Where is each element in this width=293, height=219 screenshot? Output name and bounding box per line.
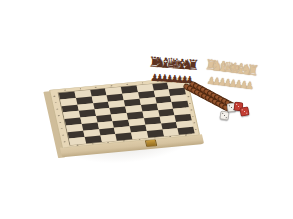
frame-nail-dot bbox=[138, 139, 140, 140]
frame-nail-dot bbox=[195, 129, 197, 130]
brass-clasp-icon bbox=[145, 139, 157, 147]
die-pip bbox=[231, 107, 232, 108]
frame-nail-dot bbox=[58, 115, 60, 116]
die-pip bbox=[238, 106, 239, 107]
frame-nail-dot bbox=[64, 141, 66, 142]
dark-pawn-row: ♟♟♟♟♟♟♟♟ bbox=[150, 68, 192, 84]
die-pip bbox=[224, 115, 225, 116]
frame-nail-dot bbox=[107, 142, 109, 143]
die-pip bbox=[246, 112, 248, 114]
die-pip bbox=[225, 117, 226, 118]
chess-piece: ♟ bbox=[244, 80, 251, 91]
frame-nail-dot bbox=[76, 145, 78, 146]
dark-pieces-cluster: ♜♞♝♛♚♝♞♜ ♟♟♟♟♟♟♟♟ bbox=[147, 53, 193, 83]
board-squares bbox=[58, 81, 192, 146]
product-photo: ♜♞♝♛♚♝♞♜ ♟♟♟♟♟♟♟♟ ♜♞♝♛♚♝♞♜ ♟♟♟♟♟♟♟♟ bbox=[0, 0, 293, 219]
chess-board bbox=[49, 77, 200, 148]
frame-nail-dot bbox=[169, 136, 171, 137]
light-pieces-cluster: ♜♞♝♛♚♝♞♜ ♟♟♟♟♟♟♟♟ bbox=[203, 56, 254, 89]
red-die bbox=[239, 106, 249, 116]
die-pip bbox=[244, 111, 246, 113]
